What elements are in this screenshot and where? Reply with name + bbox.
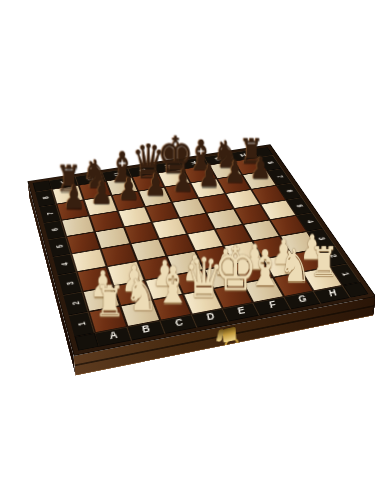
rank-label-left-4: 4	[53, 254, 77, 276]
file-label-front-c-text: C	[174, 316, 184, 328]
rank-label-left-2-text: 2	[71, 301, 81, 306]
file-label-back-d-text: D	[139, 168, 147, 173]
file-label-back-e-text: E	[165, 164, 173, 169]
rank-label-right-5-text: 5	[295, 204, 304, 208]
square-e6	[172, 198, 207, 218]
file-label-front-g-text: G	[298, 293, 308, 304]
rank-label-left-8-text: 8	[41, 196, 50, 200]
brass-clasp	[220, 315, 241, 351]
rank-label-left-3-text: 3	[65, 281, 75, 286]
file-label-front-h-text: H	[328, 287, 338, 298]
scene: AABBCCDDEEFFGGHH1122334455667788♜♞♝♛♚♝♞♜…	[0, 0, 375, 500]
chess-board: AABBCCDDEEFFGGHH1122334455667788♜♞♝♛♚♝♞♜…	[27, 144, 375, 356]
file-label-front-d-text: D	[206, 310, 216, 322]
rank-label-right-1-text: 1	[340, 272, 350, 277]
rank-label-left-6-text: 6	[50, 228, 59, 232]
file-label-back-c-text: C	[113, 172, 121, 177]
file-label-back-h-text: H	[239, 153, 247, 158]
rank-label-right-7-text: 7	[275, 175, 284, 178]
rank-label-left-2: 2	[63, 291, 88, 315]
file-label-back-b-text: B	[87, 176, 95, 182]
square-a2: ♟	[82, 286, 120, 312]
file-label-back-g-text: G	[214, 156, 223, 161]
square-e5	[179, 213, 215, 234]
file-label-front-f-text: F	[268, 299, 277, 310]
rank-label-right-4-text: 4	[305, 220, 315, 224]
square-f5	[206, 209, 242, 230]
file-label-back-a-text: A	[60, 180, 68, 186]
rank-label-right-6-text: 6	[285, 189, 294, 193]
product-photo: AABBCCDDEEFFGGHH1122334455667788♜♞♝♛♚♝♞♜…	[0, 0, 375, 500]
rank-label-left-7-text: 7	[46, 211, 55, 215]
file-label-front-a-text: A	[109, 329, 119, 341]
file-label-front-b-text: B	[141, 323, 151, 335]
rank-label-left-5-text: 5	[55, 244, 64, 248]
rank-label-left-1-text: 1	[76, 321, 87, 326]
rank-label-left-4-text: 4	[60, 262, 70, 266]
file-label-back-f-text: F	[190, 160, 197, 165]
rank-label-right-3-text: 3	[316, 236, 326, 240]
rank-label-right-2-text: 2	[328, 254, 338, 258]
rank-label-left-5: 5	[48, 236, 71, 256]
rank-label-right-8-text: 8	[266, 161, 275, 164]
